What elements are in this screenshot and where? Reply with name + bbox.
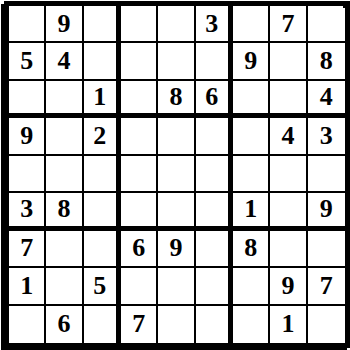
cell-r1c9[interactable] bbox=[308, 6, 345, 43]
cell-r6c6[interactable] bbox=[196, 193, 233, 230]
cell-r6c5[interactable] bbox=[158, 193, 195, 230]
cell-r1c4[interactable] bbox=[121, 6, 158, 43]
cell-r1c5[interactable] bbox=[158, 6, 195, 43]
cell-r8c2[interactable] bbox=[46, 268, 83, 305]
cell-r9c9[interactable] bbox=[308, 306, 345, 343]
cell-r4c7[interactable] bbox=[233, 118, 270, 155]
cell-r8c9[interactable]: 7 bbox=[308, 268, 345, 305]
cell-r2c6[interactable] bbox=[196, 43, 233, 80]
cell-r8c5[interactable] bbox=[158, 268, 195, 305]
cell-r2c2[interactable]: 4 bbox=[46, 43, 83, 80]
cell-r4c2[interactable] bbox=[46, 118, 83, 155]
cell-r9c3[interactable] bbox=[84, 306, 121, 343]
cell-r5c9[interactable] bbox=[308, 156, 345, 193]
cell-r8c6[interactable] bbox=[196, 268, 233, 305]
cell-r6c4[interactable] bbox=[121, 193, 158, 230]
cell-r7c7[interactable]: 8 bbox=[233, 231, 270, 268]
cell-r9c7[interactable] bbox=[233, 306, 270, 343]
cell-r6c8[interactable] bbox=[270, 193, 307, 230]
cell-r7c3[interactable] bbox=[84, 231, 121, 268]
cell-r3c3[interactable]: 1 bbox=[84, 81, 121, 118]
cell-r4c5[interactable] bbox=[158, 118, 195, 155]
cell-r5c5[interactable] bbox=[158, 156, 195, 193]
cell-r3c7[interactable] bbox=[233, 81, 270, 118]
sudoku-board: 937549818649243381976981597671 bbox=[4, 1, 350, 348]
cell-r2c7[interactable]: 9 bbox=[233, 43, 270, 80]
cell-r5c1[interactable] bbox=[9, 156, 46, 193]
cell-r9c1[interactable] bbox=[9, 306, 46, 343]
cell-r9c2[interactable]: 6 bbox=[46, 306, 83, 343]
cell-r2c4[interactable] bbox=[121, 43, 158, 80]
cell-r8c7[interactable] bbox=[233, 268, 270, 305]
cell-r6c7[interactable]: 1 bbox=[233, 193, 270, 230]
cell-r9c5[interactable] bbox=[158, 306, 195, 343]
cell-r7c9[interactable] bbox=[308, 231, 345, 268]
cell-r9c8[interactable]: 1 bbox=[270, 306, 307, 343]
cell-r7c5[interactable]: 9 bbox=[158, 231, 195, 268]
cell-r6c1[interactable]: 3 bbox=[9, 193, 46, 230]
cell-r4c4[interactable] bbox=[121, 118, 158, 155]
cell-r5c2[interactable] bbox=[46, 156, 83, 193]
cell-r9c4[interactable]: 7 bbox=[121, 306, 158, 343]
cell-r5c4[interactable] bbox=[121, 156, 158, 193]
cell-r2c5[interactable] bbox=[158, 43, 195, 80]
cell-r8c8[interactable]: 9 bbox=[270, 268, 307, 305]
cell-r5c8[interactable] bbox=[270, 156, 307, 193]
cell-r3c9[interactable]: 4 bbox=[308, 81, 345, 118]
cell-r3c8[interactable] bbox=[270, 81, 307, 118]
cell-r3c4[interactable] bbox=[121, 81, 158, 118]
cell-r5c6[interactable] bbox=[196, 156, 233, 193]
cell-r1c7[interactable] bbox=[233, 6, 270, 43]
cell-r5c3[interactable] bbox=[84, 156, 121, 193]
cell-r8c3[interactable]: 5 bbox=[84, 268, 121, 305]
cell-r6c9[interactable]: 9 bbox=[308, 193, 345, 230]
cell-r1c1[interactable] bbox=[9, 6, 46, 43]
cell-r2c3[interactable] bbox=[84, 43, 121, 80]
cell-r2c1[interactable]: 5 bbox=[9, 43, 46, 80]
cell-r7c1[interactable]: 7 bbox=[9, 231, 46, 268]
cell-r2c9[interactable]: 8 bbox=[308, 43, 345, 80]
cell-r4c1[interactable]: 9 bbox=[9, 118, 46, 155]
cell-r7c8[interactable] bbox=[270, 231, 307, 268]
cell-r8c1[interactable]: 1 bbox=[9, 268, 46, 305]
cell-r4c9[interactable]: 3 bbox=[308, 118, 345, 155]
cell-r7c4[interactable]: 6 bbox=[121, 231, 158, 268]
cell-r1c6[interactable]: 3 bbox=[196, 6, 233, 43]
cell-r5c7[interactable] bbox=[233, 156, 270, 193]
cell-r3c1[interactable] bbox=[9, 81, 46, 118]
cell-r1c8[interactable]: 7 bbox=[270, 6, 307, 43]
cell-r1c3[interactable] bbox=[84, 6, 121, 43]
cell-r3c5[interactable]: 8 bbox=[158, 81, 195, 118]
cell-r2c8[interactable] bbox=[270, 43, 307, 80]
cell-r3c6[interactable]: 6 bbox=[196, 81, 233, 118]
cell-r4c6[interactable] bbox=[196, 118, 233, 155]
cell-r6c3[interactable] bbox=[84, 193, 121, 230]
cell-r7c2[interactable] bbox=[46, 231, 83, 268]
cell-r9c6[interactable] bbox=[196, 306, 233, 343]
cell-r4c8[interactable]: 4 bbox=[270, 118, 307, 155]
cell-r6c2[interactable]: 8 bbox=[46, 193, 83, 230]
cell-r1c2[interactable]: 9 bbox=[46, 6, 83, 43]
cell-r4c3[interactable]: 2 bbox=[84, 118, 121, 155]
cell-r3c2[interactable] bbox=[46, 81, 83, 118]
cell-r7c6[interactable] bbox=[196, 231, 233, 268]
cell-r8c4[interactable] bbox=[121, 268, 158, 305]
